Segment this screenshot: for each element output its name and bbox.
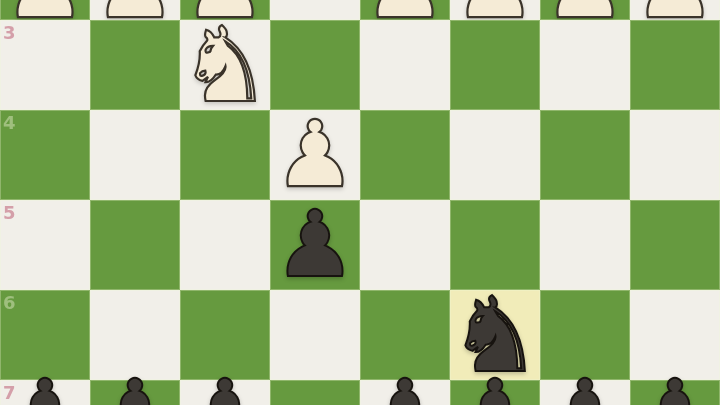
- square-g4[interactable]: [90, 110, 180, 200]
- rank-label-3: 3: [3, 22, 16, 43]
- white-knight-f3[interactable]: ♞: [178, 13, 271, 117]
- square-c4[interactable]: [450, 110, 540, 200]
- square-e3[interactable]: [270, 20, 360, 110]
- square-e2[interactable]: [270, 0, 360, 20]
- square-h7[interactable]: 7♟: [0, 380, 90, 405]
- square-d3[interactable]: [360, 20, 450, 110]
- black-pawn-c7[interactable]: ♟: [454, 368, 536, 405]
- square-b4[interactable]: [540, 110, 630, 200]
- rank-label-5: 5: [3, 202, 16, 223]
- rank-label-6: 6: [3, 292, 16, 313]
- square-e7[interactable]: [270, 380, 360, 405]
- square-f3[interactable]: ♞: [180, 20, 270, 110]
- black-pawn-h7[interactable]: ♟: [4, 368, 86, 405]
- square-e6[interactable]: [270, 290, 360, 380]
- black-pawn-d7[interactable]: ♟: [364, 368, 446, 405]
- square-e4[interactable]: ♟: [270, 110, 360, 200]
- rank-label-4: 4: [3, 112, 16, 133]
- square-b3[interactable]: [540, 20, 630, 110]
- square-d4[interactable]: [360, 110, 450, 200]
- square-b7[interactable]: ♟: [540, 380, 630, 405]
- square-b5[interactable]: [540, 200, 630, 290]
- square-b2[interactable]: ♟: [540, 0, 630, 20]
- square-c2[interactable]: ♟: [450, 0, 540, 20]
- square-a7[interactable]: ♟: [630, 380, 720, 405]
- black-pawn-a7[interactable]: ♟: [634, 368, 716, 405]
- white-pawn-e4[interactable]: ♟: [274, 109, 356, 201]
- square-h5[interactable]: 5: [0, 200, 90, 290]
- square-d2[interactable]: ♟: [360, 0, 450, 20]
- square-a3[interactable]: [630, 20, 720, 110]
- black-pawn-e5[interactable]: ♟: [274, 199, 356, 291]
- square-f5[interactable]: [180, 200, 270, 290]
- square-g2[interactable]: ♟: [90, 0, 180, 20]
- square-g3[interactable]: [90, 20, 180, 110]
- square-g7[interactable]: ♟: [90, 380, 180, 405]
- square-a5[interactable]: [630, 200, 720, 290]
- square-a4[interactable]: [630, 110, 720, 200]
- square-e5[interactable]: ♟: [270, 200, 360, 290]
- square-g5[interactable]: [90, 200, 180, 290]
- square-h2[interactable]: ♟: [0, 0, 90, 20]
- square-c3[interactable]: [450, 20, 540, 110]
- square-d5[interactable]: [360, 200, 450, 290]
- square-d7[interactable]: ♟: [360, 380, 450, 405]
- square-h3[interactable]: 3: [0, 20, 90, 110]
- black-pawn-f7[interactable]: ♟: [184, 368, 266, 405]
- square-f4[interactable]: [180, 110, 270, 200]
- square-a2[interactable]: ♟: [630, 0, 720, 20]
- chess-board[interactable]: ♟♟♟♟♟♟♟3♞4♟5♟6♞7♟♟♟♟♟♟♟: [0, 0, 720, 405]
- square-f7[interactable]: ♟: [180, 380, 270, 405]
- chess-board-viewport: ♟♟♟♟♟♟♟3♞4♟5♟6♞7♟♟♟♟♟♟♟: [0, 0, 720, 405]
- black-pawn-b7[interactable]: ♟: [544, 368, 626, 405]
- square-h4[interactable]: 4: [0, 110, 90, 200]
- black-pawn-g7[interactable]: ♟: [94, 368, 176, 405]
- square-c7[interactable]: ♟: [450, 380, 540, 405]
